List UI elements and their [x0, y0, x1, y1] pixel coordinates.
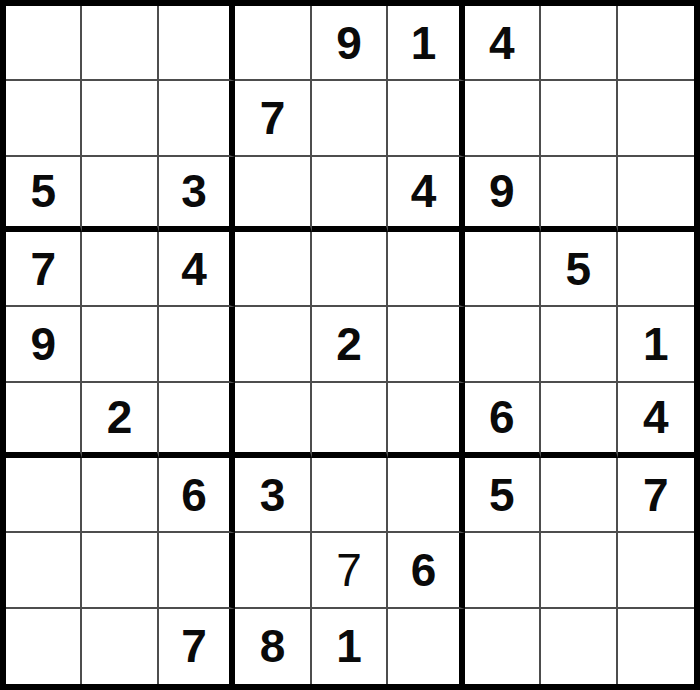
- cell-r2c6[interactable]: [388, 81, 464, 156]
- cell-r5c7[interactable]: [465, 307, 541, 382]
- cell-r7c5[interactable]: [312, 458, 388, 533]
- cell-r8c2[interactable]: [82, 533, 158, 608]
- cell-r9c5[interactable]: 1: [312, 609, 388, 684]
- cell-r8c4[interactable]: [235, 533, 311, 608]
- cell-r8c7[interactable]: [465, 533, 541, 608]
- cell-r5c5[interactable]: 2: [312, 307, 388, 382]
- cell-r6c8[interactable]: [541, 383, 617, 458]
- cell-r7c7[interactable]: 5: [465, 458, 541, 533]
- cell-r6c1[interactable]: [6, 383, 82, 458]
- cell-r8c6[interactable]: 6: [388, 533, 464, 608]
- cell-r9c7[interactable]: [465, 609, 541, 684]
- cell-r3c7[interactable]: 9: [465, 157, 541, 232]
- cell-r1c6[interactable]: 1: [388, 6, 464, 81]
- cell-r5c9[interactable]: 1: [618, 307, 694, 382]
- cell-r5c6[interactable]: [388, 307, 464, 382]
- sudoku-board: 91475349745921264635776781: [0, 0, 700, 690]
- cell-r1c3[interactable]: [159, 6, 235, 81]
- cell-r9c4[interactable]: 8: [235, 609, 311, 684]
- cell-r2c7[interactable]: [465, 81, 541, 156]
- cell-r4c4[interactable]: [235, 232, 311, 307]
- cell-r4c8[interactable]: 5: [541, 232, 617, 307]
- cell-r6c6[interactable]: [388, 383, 464, 458]
- cell-r3c4[interactable]: [235, 157, 311, 232]
- cell-r7c9[interactable]: 7: [618, 458, 694, 533]
- cell-r1c4[interactable]: [235, 6, 311, 81]
- cell-r4c2[interactable]: [82, 232, 158, 307]
- cell-r5c8[interactable]: [541, 307, 617, 382]
- cell-r4c7[interactable]: [465, 232, 541, 307]
- sudoku-puzzle: 91475349745921264635776781: [0, 0, 700, 690]
- cell-r9c9[interactable]: [618, 609, 694, 684]
- cell-r9c1[interactable]: [6, 609, 82, 684]
- cell-r6c3[interactable]: [159, 383, 235, 458]
- cell-r3c2[interactable]: [82, 157, 158, 232]
- cell-r2c4[interactable]: 7: [235, 81, 311, 156]
- cell-r4c9[interactable]: [618, 232, 694, 307]
- cell-r9c2[interactable]: [82, 609, 158, 684]
- cell-r6c5[interactable]: [312, 383, 388, 458]
- cell-r1c1[interactable]: [6, 6, 82, 81]
- cell-r6c7[interactable]: 6: [465, 383, 541, 458]
- cell-r7c2[interactable]: [82, 458, 158, 533]
- cell-r4c6[interactable]: [388, 232, 464, 307]
- cell-r1c7[interactable]: 4: [465, 6, 541, 81]
- cell-r4c1[interactable]: 7: [6, 232, 82, 307]
- cell-r2c1[interactable]: [6, 81, 82, 156]
- cell-r8c8[interactable]: [541, 533, 617, 608]
- cell-r4c3[interactable]: 4: [159, 232, 235, 307]
- cell-r7c6[interactable]: [388, 458, 464, 533]
- cell-r5c4[interactable]: [235, 307, 311, 382]
- cell-r3c9[interactable]: [618, 157, 694, 232]
- cell-r8c5[interactable]: 7: [312, 533, 388, 608]
- cell-r9c3[interactable]: 7: [159, 609, 235, 684]
- cell-r3c1[interactable]: 5: [6, 157, 82, 232]
- cell-r4c5[interactable]: [312, 232, 388, 307]
- cell-r6c2[interactable]: 2: [82, 383, 158, 458]
- cell-r2c2[interactable]: [82, 81, 158, 156]
- cell-r3c3[interactable]: 3: [159, 157, 235, 232]
- cell-r6c9[interactable]: 4: [618, 383, 694, 458]
- cell-r9c8[interactable]: [541, 609, 617, 684]
- cell-r2c3[interactable]: [159, 81, 235, 156]
- cell-r2c5[interactable]: [312, 81, 388, 156]
- cell-r5c1[interactable]: 9: [6, 307, 82, 382]
- cell-r2c8[interactable]: [541, 81, 617, 156]
- cell-r7c4[interactable]: 3: [235, 458, 311, 533]
- cell-r3c6[interactable]: 4: [388, 157, 464, 232]
- cell-r8c3[interactable]: [159, 533, 235, 608]
- cell-r7c3[interactable]: 6: [159, 458, 235, 533]
- cell-r1c2[interactable]: [82, 6, 158, 81]
- cell-r2c9[interactable]: [618, 81, 694, 156]
- cell-r8c9[interactable]: [618, 533, 694, 608]
- cell-r3c5[interactable]: [312, 157, 388, 232]
- cell-r7c1[interactable]: [6, 458, 82, 533]
- cell-r9c6[interactable]: [388, 609, 464, 684]
- cell-r1c5[interactable]: 9: [312, 6, 388, 81]
- cell-r1c8[interactable]: [541, 6, 617, 81]
- cell-r5c2[interactable]: [82, 307, 158, 382]
- cell-r3c8[interactable]: [541, 157, 617, 232]
- cell-r7c8[interactable]: [541, 458, 617, 533]
- cell-r8c1[interactable]: [6, 533, 82, 608]
- cell-r6c4[interactable]: [235, 383, 311, 458]
- cell-r1c9[interactable]: [618, 6, 694, 81]
- cell-r5c3[interactable]: [159, 307, 235, 382]
